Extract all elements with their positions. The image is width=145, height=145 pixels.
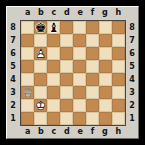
square-c6[interactable] <box>47 47 60 60</box>
square-g4[interactable] <box>99 73 112 86</box>
square-c3[interactable] <box>47 86 60 99</box>
square-h4[interactable] <box>112 73 125 86</box>
square-f8[interactable] <box>86 21 99 34</box>
file-labels-top: abcdefgh <box>21 7 125 19</box>
file-label-h: h <box>112 126 125 138</box>
piece-glyph: ♚ <box>34 21 47 34</box>
square-g2[interactable] <box>99 99 112 112</box>
square-h6[interactable] <box>112 47 125 60</box>
file-labels-bottom: abcdefgh <box>21 126 125 138</box>
square-b2[interactable]: ♚♔ <box>34 99 47 112</box>
square-b6[interactable]: ♟♙ <box>34 47 47 60</box>
square-c2[interactable] <box>47 99 60 112</box>
file-label-d: d <box>60 126 73 138</box>
square-c8[interactable]: ♝ <box>47 21 60 34</box>
rank-label-4: 4 <box>126 73 138 86</box>
square-a3[interactable]: ♛♕ <box>21 86 34 99</box>
square-h3[interactable] <box>112 86 125 99</box>
square-g8[interactable] <box>99 21 112 34</box>
rank-label-8: 8 <box>7 21 19 34</box>
file-label-b: b <box>34 126 47 138</box>
square-d5[interactable] <box>60 60 73 73</box>
rank-label-7: 7 <box>7 34 19 47</box>
square-a6[interactable] <box>21 47 34 60</box>
file-label-c: c <box>48 126 61 138</box>
piece-outline-glyph: ♔ <box>34 99 47 112</box>
rank-label-1: 1 <box>126 112 138 125</box>
square-g3[interactable] <box>99 86 112 99</box>
piece-white-queen[interactable]: ♛♕ <box>21 86 34 99</box>
chess-app-window: abcdefgh abcdefgh 87654321 87654321 ♚♝♟♙… <box>0 0 145 145</box>
chess-board: ♚♝♟♙♛♕♚♔ <box>20 20 126 126</box>
square-g6[interactable] <box>99 47 112 60</box>
file-label-g: g <box>98 126 111 138</box>
piece-black-bishop[interactable]: ♝ <box>47 21 60 34</box>
square-f3[interactable] <box>86 86 99 99</box>
square-e4[interactable] <box>73 73 86 86</box>
rank-label-3: 3 <box>126 86 138 99</box>
square-b8[interactable]: ♚ <box>34 21 47 34</box>
square-b4[interactable] <box>34 73 47 86</box>
square-f4[interactable] <box>86 73 99 86</box>
square-h7[interactable] <box>112 34 125 47</box>
square-e5[interactable] <box>73 60 86 73</box>
file-label-a: a <box>21 7 34 19</box>
square-g5[interactable] <box>99 60 112 73</box>
rank-label-7: 7 <box>126 34 138 47</box>
rank-label-4: 4 <box>7 73 19 86</box>
square-b5[interactable] <box>34 60 47 73</box>
square-a7[interactable] <box>21 34 34 47</box>
square-e8[interactable] <box>73 21 86 34</box>
square-d6[interactable] <box>60 47 73 60</box>
file-label-h: h <box>112 7 125 19</box>
square-b1[interactable] <box>34 112 47 125</box>
file-label-f: f <box>87 126 98 138</box>
rank-label-8: 8 <box>126 21 138 34</box>
square-d4[interactable] <box>60 73 73 86</box>
square-h8[interactable] <box>112 21 125 34</box>
file-label-d: d <box>60 7 73 19</box>
square-a1[interactable] <box>21 112 34 125</box>
square-a8[interactable] <box>21 21 34 34</box>
file-label-b: b <box>34 7 47 19</box>
rank-label-3: 3 <box>7 86 19 99</box>
square-f7[interactable] <box>86 34 99 47</box>
rank-label-5: 5 <box>7 60 19 73</box>
square-a5[interactable] <box>21 60 34 73</box>
square-d7[interactable] <box>60 34 73 47</box>
square-d2[interactable] <box>60 99 73 112</box>
file-label-f: f <box>87 7 98 19</box>
square-d8[interactable] <box>60 21 73 34</box>
square-f6[interactable] <box>86 47 99 60</box>
square-f2[interactable] <box>86 99 99 112</box>
rank-label-2: 2 <box>7 99 19 112</box>
board-grid: ♚♝♟♙♛♕♚♔ <box>21 21 125 125</box>
piece-black-king[interactable]: ♚ <box>34 21 47 34</box>
rank-labels-left: 87654321 <box>7 21 19 125</box>
square-h5[interactable] <box>112 60 125 73</box>
square-c5[interactable] <box>47 60 60 73</box>
piece-outline-glyph: ♙ <box>34 47 47 60</box>
square-a2[interactable] <box>21 99 34 112</box>
rank-label-5: 5 <box>126 60 138 73</box>
file-label-e: e <box>74 7 87 19</box>
square-e2[interactable] <box>73 99 86 112</box>
square-e1[interactable] <box>73 112 86 125</box>
piece-white-pawn[interactable]: ♟♙ <box>34 47 47 60</box>
rank-label-1: 1 <box>7 112 19 125</box>
square-d3[interactable] <box>60 86 73 99</box>
square-g7[interactable] <box>99 34 112 47</box>
piece-outline-glyph: ♕ <box>21 86 34 99</box>
rank-label-6: 6 <box>126 47 138 60</box>
square-e6[interactable] <box>73 47 86 60</box>
square-e7[interactable] <box>73 34 86 47</box>
square-c7[interactable] <box>47 34 60 47</box>
file-label-c: c <box>48 7 61 19</box>
square-c4[interactable] <box>47 73 60 86</box>
piece-white-king[interactable]: ♚♔ <box>34 99 47 112</box>
square-f1[interactable] <box>86 112 99 125</box>
square-g1[interactable] <box>99 112 112 125</box>
square-e3[interactable] <box>73 86 86 99</box>
square-c1[interactable] <box>47 112 60 125</box>
piece-glyph: ♝ <box>47 21 60 34</box>
file-label-g: g <box>98 7 111 19</box>
file-label-a: a <box>21 126 34 138</box>
square-h1[interactable] <box>112 112 125 125</box>
square-f5[interactable] <box>86 60 99 73</box>
rank-label-2: 2 <box>126 99 138 112</box>
rank-labels-right: 87654321 <box>126 21 138 125</box>
square-d1[interactable] <box>60 112 73 125</box>
square-h2[interactable] <box>112 99 125 112</box>
file-label-e: e <box>74 126 87 138</box>
rank-label-6: 6 <box>7 47 19 60</box>
